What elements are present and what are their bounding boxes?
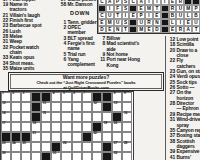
puzzle-cell xyxy=(31,152,41,160)
down-clues-right-column: 12Low point18Scintilla20Draw to aclose22… xyxy=(167,37,200,160)
puzzle-cell xyxy=(92,152,102,160)
solution-cell: P xyxy=(137,12,145,19)
black-cell xyxy=(129,5,137,12)
cell-number: 17 xyxy=(2,122,5,126)
solution-cell: T xyxy=(192,26,200,33)
puzzle-cell: 16 xyxy=(122,112,132,122)
solution-cell: M xyxy=(184,5,192,12)
puzzle-cell xyxy=(72,112,82,122)
puzzle-cell xyxy=(82,122,92,132)
clue-number: 28 xyxy=(167,101,175,106)
newspaper-crossword-clipping: { "game": "crossword", "position": { "pu… xyxy=(0,0,200,160)
cell-number: 13 xyxy=(114,102,117,106)
puzzle-cell xyxy=(122,122,132,132)
black-cell xyxy=(102,102,112,112)
solution-cell: E xyxy=(106,26,114,33)
clue-number: 35 xyxy=(0,66,8,71)
puzzle-cell: 5 xyxy=(61,92,71,102)
black-cell xyxy=(161,12,169,19)
black-cell xyxy=(102,92,112,102)
puzzle-cell xyxy=(41,132,51,142)
puzzle-cell xyxy=(122,152,132,160)
puzzle-cell: 13 xyxy=(112,102,122,112)
puzzle-cell xyxy=(61,122,71,132)
cell-number: 31 xyxy=(53,152,56,156)
solution-cell: E xyxy=(169,26,177,33)
puzzle-cell xyxy=(102,132,112,142)
clue-line: 58Mr. Danson xyxy=(58,2,98,7)
solution-cell: U xyxy=(106,12,114,19)
clue-number: 19 xyxy=(0,2,8,7)
puzzle-cell xyxy=(72,152,82,160)
cell-number: 26 xyxy=(63,142,66,146)
solution-cell: F xyxy=(114,5,122,12)
clue-number: 4 xyxy=(58,41,66,46)
cell-number: 24 xyxy=(12,142,15,146)
puzzle-cell xyxy=(61,102,71,112)
puzzle-cell: 7 xyxy=(82,92,92,102)
puzzle-cell: 28 xyxy=(122,142,132,152)
solution-cell: E xyxy=(137,5,145,12)
solution-cell: U xyxy=(176,12,184,19)
puzzle-cell xyxy=(82,102,92,112)
cell-number: 12 xyxy=(93,102,96,106)
solution-cell: A xyxy=(184,26,192,33)
puzzle-cell: 32 xyxy=(112,152,122,160)
solution-cell: M xyxy=(137,26,145,33)
puzzle-cell xyxy=(41,122,51,132)
solution-cell: L xyxy=(184,12,192,19)
solution-cell: T xyxy=(114,12,122,19)
puzzle-cell xyxy=(92,142,102,152)
clue-number: 6 xyxy=(58,57,66,62)
puzzle-cell: 25 xyxy=(21,142,31,152)
puzzle-cell xyxy=(82,152,92,160)
clue-number: 27 xyxy=(167,90,175,95)
solution-grid: CAPSCATTIERIFSEMTRUMPCUTIEPIEBULBEMUSURN… xyxy=(97,0,200,34)
cell-number: 8 xyxy=(114,92,116,96)
solution-cell: P xyxy=(192,5,200,12)
puzzle-cell: 3 xyxy=(21,92,31,102)
solution-cell: U xyxy=(114,19,122,26)
puzzle-cell xyxy=(11,112,21,122)
black-cell xyxy=(102,142,112,152)
cell-number: 21 xyxy=(33,132,36,136)
puzzle-cell xyxy=(11,102,21,112)
clue-number: 31 xyxy=(167,117,175,122)
puzzle-cell xyxy=(31,142,41,152)
solution-cell: E xyxy=(98,19,106,26)
clue-number: 32 xyxy=(0,45,8,50)
solution-cell: M xyxy=(145,5,153,12)
puzzle-cell xyxy=(11,122,21,132)
solution-cell: R xyxy=(145,19,153,26)
puzzle-cell: 24 xyxy=(11,142,21,152)
puzzle-cell xyxy=(51,122,61,132)
solution-cell: S xyxy=(122,5,130,12)
clue-line: 35Maize units xyxy=(0,66,56,71)
solution-cell: E xyxy=(153,12,161,19)
cell-number: 28 xyxy=(124,142,127,146)
puzzle-cell xyxy=(82,142,92,152)
solution-cell: I xyxy=(106,5,114,12)
puzzle-cell xyxy=(92,112,102,122)
black-cell xyxy=(161,19,169,26)
black-cell xyxy=(82,132,92,142)
solution-cell: L xyxy=(169,19,177,26)
solution-cell: U xyxy=(137,19,145,26)
solution-cell: M xyxy=(106,19,114,26)
cell-number: 10 xyxy=(2,102,5,106)
puzzle-cell: 12 xyxy=(92,102,102,112)
puzzle-cell: 21 xyxy=(31,132,41,142)
clue-number: 58 xyxy=(58,2,66,7)
black-cell xyxy=(98,5,106,12)
clue-number: 11 xyxy=(97,57,105,62)
black-cell xyxy=(31,92,41,102)
solution-cell: I xyxy=(176,19,184,26)
cell-number: 5 xyxy=(63,92,65,96)
solution-cell: U xyxy=(192,19,200,26)
clue-number: 38 xyxy=(167,139,175,144)
clue-number: 41 xyxy=(167,155,175,160)
cell-number: 1 xyxy=(2,92,4,96)
cell-number: 18 xyxy=(33,122,36,126)
puzzle-cell xyxy=(61,152,71,160)
puzzle-cell: 30 xyxy=(1,152,11,160)
cell-number: 9 xyxy=(124,92,126,96)
solution-cell: E xyxy=(145,26,153,33)
puzzle-cell: 4 xyxy=(51,92,61,102)
down-clues-middle-column: 57Game pieces58Mr. DansonDOWN1Tenn. grid… xyxy=(58,0,98,68)
cell-number: 25 xyxy=(22,142,25,146)
solution-cell: S xyxy=(122,19,130,26)
cell-number: 16 xyxy=(124,112,127,116)
cell-number: 27 xyxy=(114,142,117,146)
black-cell xyxy=(161,5,169,12)
clue-line: 31Wind-driven xyxy=(167,117,200,122)
puzzle-cell: 22 xyxy=(92,132,102,142)
black-cell xyxy=(129,26,137,33)
solution-cell: T xyxy=(153,5,161,12)
solution-cell: E xyxy=(184,19,192,26)
cell-number: 30 xyxy=(2,152,5,156)
solution-cell: D xyxy=(153,26,161,33)
black-cell xyxy=(129,19,137,26)
cell-number: 20 xyxy=(114,122,117,126)
puzzle-cell: 31 xyxy=(51,152,61,160)
cell-number: 2 xyxy=(12,92,14,96)
solution-cell: R xyxy=(176,26,184,33)
solution-cell: B xyxy=(169,12,177,19)
puzzle-cell xyxy=(21,122,31,132)
cell-number: 14 xyxy=(2,112,5,116)
puzzle-cell xyxy=(21,102,31,112)
puzzle-cell xyxy=(51,132,61,142)
cell-number: 4 xyxy=(53,92,55,96)
cell-number: 11 xyxy=(43,102,46,106)
ad-url: at QuillDriverBooks.com xyxy=(9,86,163,91)
solution-cell: I xyxy=(145,12,153,19)
puzzle-cell: 15 xyxy=(41,112,51,122)
puzzle-cell xyxy=(61,112,71,122)
puzzle-cell xyxy=(72,102,82,112)
black-cell xyxy=(161,26,169,33)
puzzle-cell xyxy=(21,152,31,160)
puzzle-cell xyxy=(51,112,61,122)
clue-line: complement xyxy=(58,62,98,67)
across-clues-column: 17Peak topper19Name intractors21Villain'… xyxy=(0,0,56,71)
solution-cell: N xyxy=(153,19,161,26)
cell-number: 23 xyxy=(2,142,5,146)
cell-number: 19 xyxy=(104,122,107,126)
solution-cell: I xyxy=(122,12,130,19)
clue-number: 8 xyxy=(97,41,105,46)
puzzle-cell: 2 xyxy=(11,92,21,102)
puzzle-cell xyxy=(21,112,31,122)
puzzle-cell: 20 xyxy=(112,122,122,132)
cell-number: 6 xyxy=(73,92,75,96)
clue-number: 20 xyxy=(167,48,175,53)
solution-cell: C xyxy=(98,12,106,19)
cell-number: 15 xyxy=(43,112,46,116)
puzzle-grid: 1234567891011121314151617181920212223242… xyxy=(0,91,134,160)
solution-cell: T xyxy=(122,26,130,33)
puzzle-cell: 6 xyxy=(72,92,82,102)
cell-number: 32 xyxy=(114,152,117,156)
puzzle-cell xyxy=(72,132,82,142)
ad-box: Want more puzzles? Check out the “Just R… xyxy=(8,72,164,91)
column-divider-rule xyxy=(165,36,166,160)
puzzle-cell xyxy=(72,142,82,152)
puzzle-cell: 19 xyxy=(102,122,112,132)
puzzle-cell: 17 xyxy=(1,122,11,132)
solution-cell: N xyxy=(114,26,122,33)
solution-cell: E xyxy=(129,12,137,19)
black-cell xyxy=(31,102,41,112)
puzzle-cell: 26 xyxy=(61,142,71,152)
clue-number: 22 xyxy=(167,58,175,63)
black-cell xyxy=(102,152,112,160)
black-cell xyxy=(41,152,51,160)
puzzle-cell: 9 xyxy=(122,92,132,102)
clue-line: Kong xyxy=(97,63,149,68)
solution-cell: B xyxy=(192,12,200,19)
solution-cell: U xyxy=(176,5,184,12)
clue-line: 41Burns' xyxy=(167,155,200,160)
cell-number: 3 xyxy=(22,92,24,96)
solution-cell: D xyxy=(98,26,106,33)
clue-number: 2 xyxy=(58,25,66,30)
cell-number: 22 xyxy=(93,132,96,136)
puzzle-cell xyxy=(11,152,21,160)
solution-cell: R xyxy=(169,5,177,12)
puzzle-cell xyxy=(41,142,51,152)
down-clues-third-column: 7Billow8Mad scientist'saide9Not home11Po… xyxy=(97,36,149,68)
puzzle-cell xyxy=(82,112,92,122)
puzzle-cell xyxy=(72,122,82,132)
cell-number: 7 xyxy=(83,92,85,96)
puzzle-cell xyxy=(51,102,61,112)
